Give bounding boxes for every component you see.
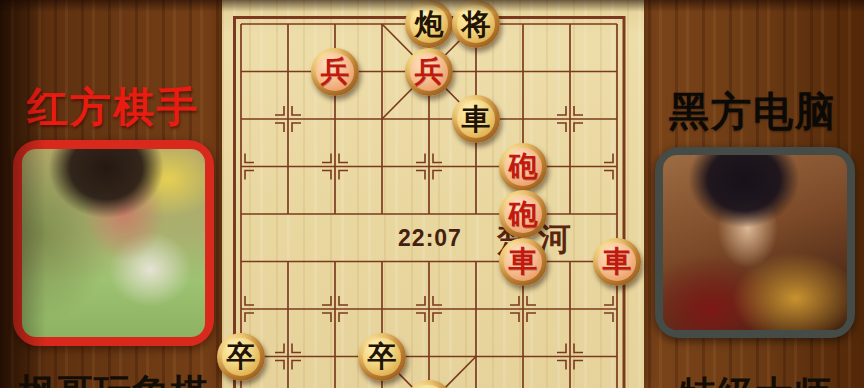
red-soldier[interactable]: 兵 <box>311 48 359 96</box>
piece-glyph: 砲 <box>499 190 547 238</box>
black-ai-photo <box>663 155 847 330</box>
black-cannon[interactable]: 炮 <box>405 0 453 48</box>
red-chariot[interactable]: 車 <box>499 238 547 286</box>
black-soldier[interactable]: 卒 <box>217 333 265 381</box>
piece-glyph: 卒 <box>358 333 406 381</box>
piece-glyph: 兵 <box>311 48 359 96</box>
black-general[interactable]: 将 <box>452 0 500 48</box>
piece-glyph: 車 <box>452 95 500 143</box>
red-cannon[interactable]: 砲 <box>499 190 547 238</box>
piece-glyph: 兵 <box>405 48 453 96</box>
piece-glyph: 炮 <box>405 0 453 48</box>
red-player-name: 枫哥玩象棋 <box>2 368 224 388</box>
black-player-title: 黑方电脑 <box>644 84 862 139</box>
xiangqi-game-screen: 红方棋手 枫哥玩象棋 楚河 汉界 22:07 炮将兵兵車砲砲車車卒卒 黑方电脑 … <box>0 0 864 388</box>
piece-glyph: 卒 <box>217 333 265 381</box>
red-player-title: 红方棋手 <box>2 80 224 135</box>
black-soldier[interactable]: 卒 <box>358 333 406 381</box>
piece-glyph: 車 <box>593 238 641 286</box>
red-chariot[interactable]: 車 <box>593 238 641 286</box>
red-soldier[interactable]: 兵 <box>405 48 453 96</box>
black-player-rank: 特级大师 <box>648 370 862 388</box>
piece-glyph: 車 <box>499 238 547 286</box>
red-cannon[interactable]: 砲 <box>499 143 547 191</box>
black-player-avatar-frame <box>655 147 855 338</box>
black-chariot[interactable]: 車 <box>452 95 500 143</box>
partial-piece-cropped[interactable] <box>405 380 453 388</box>
red-player-avatar-frame <box>13 140 214 346</box>
piece-glyph <box>405 380 453 388</box>
piece-glyph: 砲 <box>499 143 547 191</box>
piece-glyph: 将 <box>452 0 500 48</box>
red-player-photo <box>22 149 205 337</box>
